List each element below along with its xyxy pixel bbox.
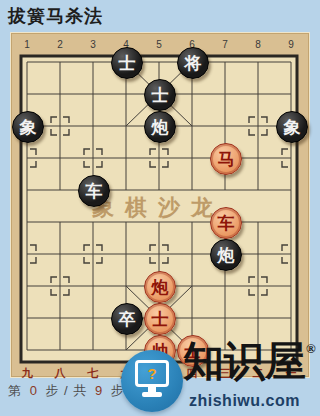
col-label-top: 1 bbox=[24, 39, 30, 50]
col-label-bottom: 九 bbox=[22, 366, 33, 381]
site-url-watermark: zhishiwu.com bbox=[189, 392, 300, 410]
step-counter: 第 0 步 / 共 9 步 bbox=[8, 382, 125, 400]
col-label-top: 5 bbox=[156, 39, 162, 50]
piece-black-elephant[interactable]: 象 bbox=[12, 111, 44, 143]
piece-red-advisor[interactable]: 士 bbox=[144, 303, 176, 335]
col-label-top: 3 bbox=[90, 39, 96, 50]
xiangqi-board[interactable]: 123456789 九八七六五四三二一 象棋沙龙 士将士象炮象马车车炮炮卒士帅士 bbox=[10, 32, 310, 378]
current-step: 0 bbox=[27, 383, 41, 398]
piece-black-general[interactable]: 将 bbox=[177, 47, 209, 79]
col-label-bottom: 八 bbox=[55, 366, 66, 381]
col-label-top: 7 bbox=[222, 39, 228, 50]
step-counter-prefix: 第 bbox=[8, 383, 22, 398]
step-counter-middle: 步 / 共 bbox=[45, 383, 87, 398]
col-label-top: 9 bbox=[288, 39, 294, 50]
piece-red-cannon[interactable]: 炮 bbox=[144, 271, 176, 303]
piece-red-chariot[interactable]: 车 bbox=[210, 207, 242, 239]
piece-black-advisor[interactable]: 士 bbox=[144, 79, 176, 111]
piece-black-soldier[interactable]: 卒 bbox=[111, 303, 143, 335]
piece-black-elephant[interactable]: 象 bbox=[276, 111, 308, 143]
board-watermark: 象棋沙龙 bbox=[92, 193, 224, 223]
piece-black-chariot[interactable]: 车 bbox=[78, 175, 110, 207]
monitor-base bbox=[142, 392, 162, 397]
site-watermark: 知识屋® bbox=[183, 341, 316, 382]
help-button[interactable]: ? bbox=[121, 350, 183, 412]
page-title: 拔簧马杀法 bbox=[8, 4, 103, 28]
piece-black-cannon[interactable]: 炮 bbox=[210, 239, 242, 271]
piece-red-horse[interactable]: 马 bbox=[210, 143, 242, 175]
col-label-bottom: 七 bbox=[88, 366, 99, 381]
monitor-question-icon: ? bbox=[135, 360, 169, 387]
col-label-top: 8 bbox=[255, 39, 261, 50]
registered-trademark-icon: ® bbox=[306, 341, 316, 356]
piece-black-advisor[interactable]: 士 bbox=[111, 47, 143, 79]
piece-black-cannon[interactable]: 炮 bbox=[144, 111, 176, 143]
total-steps: 9 bbox=[92, 383, 106, 398]
col-label-top: 2 bbox=[57, 39, 63, 50]
